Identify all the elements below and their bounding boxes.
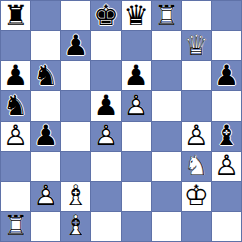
square-d7[interactable] (91, 31, 120, 60)
white-pawn-piece[interactable]: ♟♙ (31, 182, 60, 211)
pawn-glyph: ♟ (31, 122, 60, 151)
square-b2[interactable]: ♟♙ (31, 182, 60, 211)
square-a6[interactable]: ♟ (1, 61, 30, 90)
white-pawn-piece[interactable]: ♟♙ (122, 91, 151, 120)
pawn-glyph: ♟ (61, 31, 90, 60)
square-b1[interactable] (31, 212, 60, 241)
white-pawn-piece[interactable]: ♟♙ (182, 122, 211, 151)
square-d3[interactable] (91, 152, 120, 181)
bishop-outline-glyph: ♗ (61, 182, 90, 211)
square-e4[interactable] (122, 122, 151, 151)
pawn-glyph: ♟ (91, 91, 120, 120)
square-c5[interactable] (61, 91, 90, 120)
pawn-outline-glyph: ♙ (31, 182, 60, 211)
black-knight-piece[interactable]: ♞ (1, 91, 30, 120)
square-c1[interactable]: ♝♗ (61, 212, 90, 241)
square-a5[interactable]: ♞ (1, 91, 30, 120)
bishop-outline-glyph: ♗ (61, 212, 90, 241)
square-f7[interactable] (152, 31, 181, 60)
square-g7[interactable]: ♛♕ (182, 31, 211, 60)
square-e5[interactable]: ♟♙ (122, 91, 151, 120)
square-g3[interactable]: ♞♘ (182, 152, 211, 181)
black-pawn-piece[interactable]: ♟ (122, 61, 151, 90)
black-rook-piece[interactable]: ♜ (1, 1, 30, 30)
square-h3[interactable]: ♟♙ (212, 152, 241, 181)
pawn-outline-glyph: ♙ (1, 122, 30, 151)
queen-glyph: ♛ (122, 1, 151, 30)
square-a3[interactable] (1, 152, 30, 181)
square-d6[interactable] (91, 61, 120, 90)
square-g8[interactable] (182, 1, 211, 30)
white-pawn-piece[interactable]: ♟♙ (212, 152, 241, 181)
square-a7[interactable] (1, 31, 30, 60)
square-d4[interactable]: ♟♙ (91, 122, 120, 151)
square-f5[interactable] (152, 91, 181, 120)
square-f1[interactable] (152, 212, 181, 241)
square-b8[interactable] (31, 1, 60, 30)
square-h2[interactable] (212, 182, 241, 211)
bishop-glyph: ♝ (212, 122, 241, 151)
white-rook-piece[interactable]: ♜♖ (152, 1, 181, 30)
square-b7[interactable] (31, 31, 60, 60)
king-outline-glyph: ♔ (182, 182, 211, 211)
square-c4[interactable] (61, 122, 90, 151)
king-glyph: ♚ (91, 1, 120, 30)
square-e1[interactable] (122, 212, 151, 241)
white-rook-piece[interactable]: ♜♖ (1, 212, 30, 241)
pawn-outline-glyph: ♙ (212, 152, 241, 181)
square-a1[interactable]: ♜♖ (1, 212, 30, 241)
chess-board: ♜♚♛♜♖♟♛♕♟♞♟♟♞♟♟♙♟♙♟♟♙♟♙♝♞♘♟♙♟♙♝♗♚♔♜♖♝♗ (0, 0, 242, 242)
square-f6[interactable] (152, 61, 181, 90)
square-d8[interactable]: ♚ (91, 1, 120, 30)
square-f3[interactable] (152, 152, 181, 181)
black-pawn-piece[interactable]: ♟ (1, 61, 30, 90)
black-bishop-piece[interactable]: ♝ (212, 122, 241, 151)
black-pawn-piece[interactable]: ♟ (61, 31, 90, 60)
black-pawn-piece[interactable]: ♟ (91, 91, 120, 120)
square-a2[interactable] (1, 182, 30, 211)
square-f8[interactable]: ♜♖ (152, 1, 181, 30)
white-pawn-piece[interactable]: ♟♙ (91, 122, 120, 151)
square-e3[interactable] (122, 152, 151, 181)
square-f2[interactable] (152, 182, 181, 211)
pawn-outline-glyph: ♙ (182, 122, 211, 151)
square-f4[interactable] (152, 122, 181, 151)
square-b4[interactable]: ♟ (31, 122, 60, 151)
black-pawn-piece[interactable]: ♟ (31, 122, 60, 151)
square-g6[interactable] (182, 61, 211, 90)
square-c7[interactable]: ♟ (61, 31, 90, 60)
square-g2[interactable]: ♚♔ (182, 182, 211, 211)
square-c6[interactable] (61, 61, 90, 90)
square-e7[interactable] (122, 31, 151, 60)
square-b6[interactable]: ♞ (31, 61, 60, 90)
white-bishop-piece[interactable]: ♝♗ (61, 212, 90, 241)
square-c3[interactable] (61, 152, 90, 181)
white-king-piece[interactable]: ♚♔ (182, 182, 211, 211)
black-queen-piece[interactable]: ♛ (122, 1, 151, 30)
square-b3[interactable] (31, 152, 60, 181)
black-pawn-piece[interactable]: ♟ (212, 61, 241, 90)
square-h1[interactable] (212, 212, 241, 241)
square-g4[interactable]: ♟♙ (182, 122, 211, 151)
knight-outline-glyph: ♘ (182, 152, 211, 181)
square-h8[interactable] (212, 1, 241, 30)
white-bishop-piece[interactable]: ♝♗ (61, 182, 90, 211)
square-h4[interactable]: ♝ (212, 122, 241, 151)
rook-glyph: ♜ (1, 1, 30, 30)
square-g1[interactable] (182, 212, 211, 241)
queen-outline-glyph: ♕ (182, 31, 211, 60)
pawn-glyph: ♟ (122, 61, 151, 90)
square-d5[interactable]: ♟ (91, 91, 120, 120)
rook-outline-glyph: ♖ (152, 1, 181, 30)
rook-outline-glyph: ♖ (1, 212, 30, 241)
square-d2[interactable] (91, 182, 120, 211)
square-c8[interactable] (61, 1, 90, 30)
square-h7[interactable] (212, 31, 241, 60)
square-e6[interactable]: ♟ (122, 61, 151, 90)
knight-glyph: ♞ (1, 91, 30, 120)
white-pawn-piece[interactable]: ♟♙ (1, 122, 30, 151)
knight-glyph: ♞ (31, 61, 60, 90)
pawn-outline-glyph: ♙ (122, 91, 151, 120)
pawn-glyph: ♟ (1, 61, 30, 90)
black-king-piece[interactable]: ♚ (91, 1, 120, 30)
square-e8[interactable]: ♛ (122, 1, 151, 30)
white-queen-piece[interactable]: ♛♕ (182, 31, 211, 60)
black-knight-piece[interactable]: ♞ (31, 61, 60, 90)
square-a4[interactable]: ♟♙ (1, 122, 30, 151)
square-g5[interactable] (182, 91, 211, 120)
white-knight-piece[interactable]: ♞♘ (182, 152, 211, 181)
square-e2[interactable] (122, 182, 151, 211)
square-a8[interactable]: ♜ (1, 1, 30, 30)
square-b5[interactable] (31, 91, 60, 120)
square-h6[interactable]: ♟ (212, 61, 241, 90)
square-h5[interactable] (212, 91, 241, 120)
pawn-glyph: ♟ (212, 61, 241, 90)
square-d1[interactable] (91, 212, 120, 241)
pawn-outline-glyph: ♙ (91, 122, 120, 151)
square-c2[interactable]: ♝♗ (61, 182, 90, 211)
